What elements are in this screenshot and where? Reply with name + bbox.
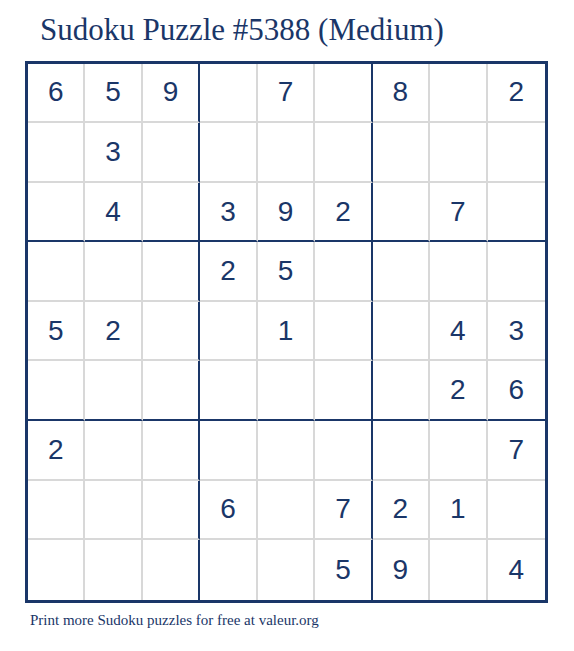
cell-r2c7 [373,123,430,183]
cell-r2c3 [143,123,200,183]
cell-r6c2 [85,361,142,421]
cell-r8c1 [28,481,85,541]
cell-r3c1 [28,183,85,243]
cell-r6c3 [143,361,200,421]
cell-r8c5 [258,481,315,541]
cell-r1c3: 9 [143,64,200,124]
cell-r9c5 [258,540,315,600]
cell-r7c2 [85,421,142,481]
cell-r4c6 [315,242,372,302]
cell-r3c8: 7 [430,183,487,243]
cell-r9c6: 5 [315,540,372,600]
cell-r6c1 [28,361,85,421]
cell-r2c9 [488,123,545,183]
cell-r3c2: 4 [85,183,142,243]
cell-r2c2: 3 [85,123,142,183]
cell-r6c5 [258,361,315,421]
cell-r9c1 [28,540,85,600]
cell-r3c9 [488,183,545,243]
sudoku-board: 659782343927255214326276721594 [25,61,548,603]
cell-r3c6: 2 [315,183,372,243]
cell-r5c8: 4 [430,302,487,362]
cell-r4c2 [85,242,142,302]
cell-r1c1: 6 [28,64,85,124]
cell-r7c3 [143,421,200,481]
cell-r9c7: 9 [373,540,430,600]
cell-r8c2 [85,481,142,541]
sudoku-page: Sudoku Puzzle #5388 (Medium) 65978234392… [0,12,574,629]
cell-r2c4 [200,123,257,183]
cell-r5c2: 2 [85,302,142,362]
cell-r7c6 [315,421,372,481]
cell-r1c9: 2 [488,64,545,124]
cell-r1c8 [430,64,487,124]
cell-r1c2: 5 [85,64,142,124]
cell-r3c7 [373,183,430,243]
cell-r6c4 [200,361,257,421]
cell-r9c3 [143,540,200,600]
cell-r5c6 [315,302,372,362]
cell-r5c5: 1 [258,302,315,362]
cell-r7c9: 7 [488,421,545,481]
cell-r6c6 [315,361,372,421]
cell-r4c4: 2 [200,242,257,302]
cell-r4c8 [430,242,487,302]
cell-r4c3 [143,242,200,302]
cell-r9c8 [430,540,487,600]
cell-r8c6: 7 [315,481,372,541]
cell-r6c8: 2 [430,361,487,421]
cell-r4c7 [373,242,430,302]
page-title: Sudoku Puzzle #5388 (Medium) [40,12,574,48]
cell-r1c6 [315,64,372,124]
cell-r1c4 [200,64,257,124]
cell-r8c8: 1 [430,481,487,541]
cell-r5c7 [373,302,430,362]
cell-r7c5 [258,421,315,481]
cell-r2c6 [315,123,372,183]
cell-r2c1 [28,123,85,183]
cell-r5c1: 5 [28,302,85,362]
cell-r1c5: 7 [258,64,315,124]
cell-r8c4: 6 [200,481,257,541]
cell-r4c9 [488,242,545,302]
cell-r9c2 [85,540,142,600]
footer-text: Print more Sudoku puzzles for free at va… [30,612,574,629]
cell-r9c9: 4 [488,540,545,600]
cell-r3c4: 3 [200,183,257,243]
cell-r7c4 [200,421,257,481]
cell-r8c9 [488,481,545,541]
cell-r2c8 [430,123,487,183]
cell-r6c7 [373,361,430,421]
cell-r4c5: 5 [258,242,315,302]
cell-r3c5: 9 [258,183,315,243]
cell-r1c7: 8 [373,64,430,124]
cell-r7c1: 2 [28,421,85,481]
cell-r4c1 [28,242,85,302]
cell-r5c4 [200,302,257,362]
cell-r2c5 [258,123,315,183]
cell-r9c4 [200,540,257,600]
cell-r8c7: 2 [373,481,430,541]
cell-r7c7 [373,421,430,481]
cell-r8c3 [143,481,200,541]
cell-r3c3 [143,183,200,243]
cell-r5c3 [143,302,200,362]
cell-r7c8 [430,421,487,481]
cell-r5c9: 3 [488,302,545,362]
cell-r6c9: 6 [488,361,545,421]
